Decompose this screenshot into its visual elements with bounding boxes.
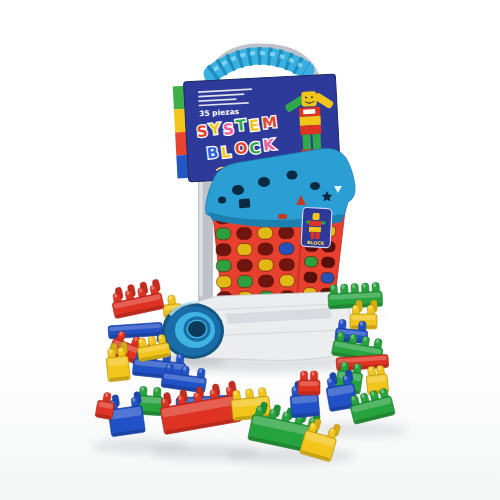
- toy-block-red: [109, 279, 164, 319]
- toy-trolley: 35 piezas SYSTEMBLOCK: [162, 50, 355, 361]
- wheel-axle-hole: [188, 321, 206, 337]
- basket-sticker: BLOCK: [301, 207, 332, 247]
- lid-latch: [278, 214, 287, 219]
- product-photo: 35 piezas SYSTEMBLOCK: [0, 0, 500, 500]
- toy-block-red: [158, 381, 242, 435]
- sticker-label: BLOCK: [307, 240, 325, 246]
- square-hole: [239, 198, 251, 208]
- scene-svg: 35 piezas SYSTEMBLOCK: [0, 0, 500, 500]
- toy-block-red: [298, 371, 320, 395]
